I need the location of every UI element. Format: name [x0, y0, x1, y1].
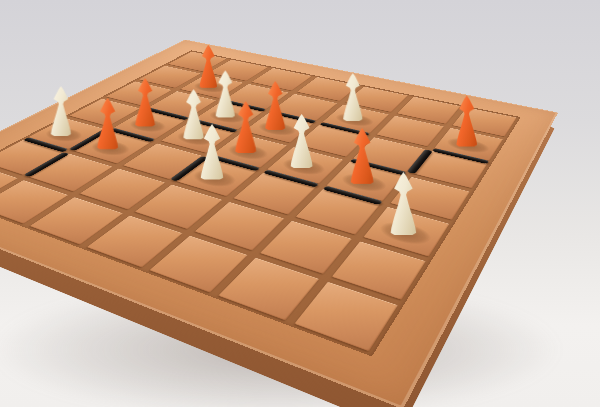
pawn-orange-f4[interactable]: [345, 128, 380, 184]
pawn-orange-b4[interactable]: [130, 78, 160, 127]
cream-pawn-shape: [285, 114, 318, 168]
pawn-cream-a5[interactable]: [46, 86, 77, 136]
photo-scene: Fendo wooden board game mid-game positio…: [0, 0, 600, 407]
pawn-cream-e2[interactable]: [338, 73, 367, 121]
pawn-cream-e4[interactable]: [285, 114, 318, 168]
cream-pawn-shape: [384, 172, 423, 235]
pawn-orange-g2[interactable]: [451, 95, 482, 146]
cream-pawn-shape: [46, 86, 77, 136]
pawn-orange-b5[interactable]: [92, 98, 124, 150]
cell-d7[interactable]: [87, 216, 183, 268]
pawn-orange-d4[interactable]: [230, 101, 262, 153]
orange-pawn-shape: [130, 78, 160, 127]
orange-pawn-shape: [92, 98, 124, 150]
cream-pawn-shape: [338, 73, 367, 121]
orange-pawn-shape: [345, 128, 380, 184]
cell-b6[interactable]: [29, 154, 112, 192]
orange-pawn-shape: [230, 101, 262, 153]
cream-pawn-shape: [195, 124, 229, 180]
orange-pawn-shape: [451, 95, 482, 146]
pawn-cream-d5[interactable]: [195, 124, 229, 180]
pawn-cream-g5[interactable]: [384, 172, 423, 235]
